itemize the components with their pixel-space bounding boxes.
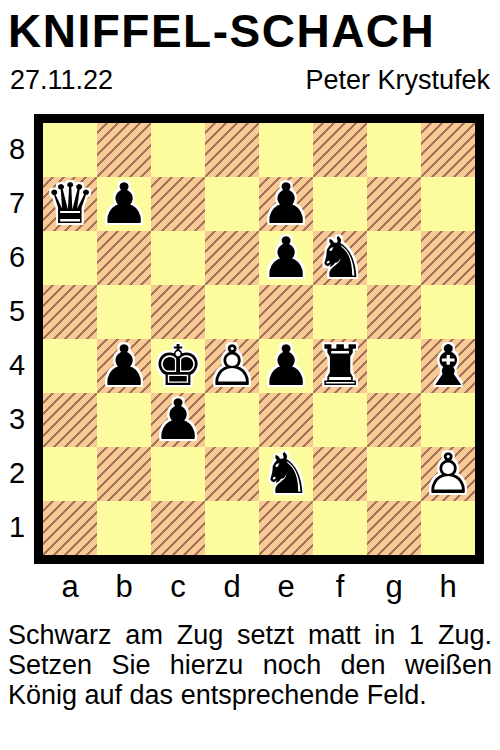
square-c4[interactable]: ♚ [151, 339, 205, 393]
square-b5[interactable] [97, 285, 151, 339]
square-d4[interactable]: ♟♙ [205, 339, 259, 393]
square-b4[interactable]: ♟ [97, 339, 151, 393]
square-b1[interactable] [97, 501, 151, 555]
square-a3[interactable] [43, 393, 97, 447]
square-c6[interactable] [151, 231, 205, 285]
square-a6[interactable] [43, 231, 97, 285]
square-d2[interactable] [205, 447, 259, 501]
square-e7[interactable]: ♟ [259, 177, 313, 231]
page-title: KNIFFEL-SCHACH [0, 0, 500, 57]
square-e6[interactable]: ♟ [259, 231, 313, 285]
rank-label-8: 8 [0, 123, 34, 177]
white-pawn-piece[interactable]: ♟♙ [423, 446, 473, 502]
square-a5[interactable] [43, 285, 97, 339]
file-label-c: c [151, 566, 205, 608]
square-f3[interactable] [313, 393, 367, 447]
square-a8[interactable] [43, 123, 97, 177]
black-knight-piece[interactable]: ♞ [315, 230, 365, 286]
rank-label-2: 2 [0, 447, 34, 501]
rank-label-3: 3 [0, 393, 34, 447]
square-f6[interactable]: ♞ [313, 231, 367, 285]
black-knight-piece[interactable]: ♞ [261, 446, 311, 502]
white-pawn-piece[interactable]: ♟♙ [207, 338, 257, 394]
square-d5[interactable] [205, 285, 259, 339]
caption-line-1: Schwarz am Zug setzt matt in 1 Zug. [8, 620, 492, 650]
square-b2[interactable] [97, 447, 151, 501]
square-g4[interactable] [367, 339, 421, 393]
square-d3[interactable] [205, 393, 259, 447]
square-d7[interactable] [205, 177, 259, 231]
square-e2[interactable]: ♞ [259, 447, 313, 501]
subtitle-row: 27.11.22 Peter Krystufek [0, 57, 500, 96]
rank-labels: 87654321 [0, 114, 34, 564]
chess-board: ♛♟♟♟♞♟♚♟♙♟♜♝♟♞♟♙ [34, 114, 484, 564]
board-section: 87654321 ♛♟♟♟♞♟♚♟♙♟♜♝♟♞♟♙ [0, 114, 500, 564]
black-pawn-piece[interactable]: ♟ [153, 392, 203, 448]
author-label: Peter Krystufek [305, 65, 490, 96]
square-f2[interactable] [313, 447, 367, 501]
file-label-g: g [367, 566, 421, 608]
caption-line-3: König auf das entsprechende Feld. [8, 680, 492, 710]
file-label-d: d [205, 566, 259, 608]
square-a4[interactable] [43, 339, 97, 393]
square-a7[interactable]: ♛ [43, 177, 97, 231]
square-h5[interactable] [421, 285, 475, 339]
square-h8[interactable] [421, 123, 475, 177]
square-h7[interactable] [421, 177, 475, 231]
square-b7[interactable]: ♟ [97, 177, 151, 231]
square-e4[interactable]: ♟ [259, 339, 313, 393]
file-labels: abcdefgh [43, 566, 500, 608]
square-d8[interactable] [205, 123, 259, 177]
square-c7[interactable] [151, 177, 205, 231]
square-f8[interactable] [313, 123, 367, 177]
square-g8[interactable] [367, 123, 421, 177]
rank-label-6: 6 [0, 231, 34, 285]
square-g5[interactable] [367, 285, 421, 339]
rank-label-1: 1 [0, 501, 34, 555]
rank-label-7: 7 [0, 177, 34, 231]
black-pawn-piece[interactable]: ♟ [261, 338, 311, 394]
rank-label-5: 5 [0, 285, 34, 339]
square-e3[interactable] [259, 393, 313, 447]
square-h3[interactable] [421, 393, 475, 447]
square-a1[interactable] [43, 501, 97, 555]
black-pawn-piece[interactable]: ♟ [99, 338, 149, 394]
black-king-piece[interactable]: ♚ [153, 338, 203, 394]
square-h1[interactable] [421, 501, 475, 555]
square-f4[interactable]: ♜ [313, 339, 367, 393]
square-h6[interactable] [421, 231, 475, 285]
square-c1[interactable] [151, 501, 205, 555]
black-pawn-piece[interactable]: ♟ [261, 176, 311, 232]
caption-line-2: Setzen Sie hierzu noch den weißen [8, 650, 492, 680]
square-b6[interactable] [97, 231, 151, 285]
black-rook-piece[interactable]: ♜ [315, 338, 365, 394]
black-pawn-piece[interactable]: ♟ [99, 176, 149, 232]
square-e8[interactable] [259, 123, 313, 177]
square-h4[interactable]: ♝ [421, 339, 475, 393]
square-b3[interactable] [97, 393, 151, 447]
black-queen-piece[interactable]: ♛ [45, 176, 95, 232]
square-d6[interactable] [205, 231, 259, 285]
rank-label-4: 4 [0, 339, 34, 393]
file-label-a: a [43, 566, 97, 608]
black-bishop-piece[interactable]: ♝ [423, 338, 473, 394]
square-g2[interactable] [367, 447, 421, 501]
file-label-b: b [97, 566, 151, 608]
square-a2[interactable] [43, 447, 97, 501]
square-e1[interactable] [259, 501, 313, 555]
square-h2[interactable]: ♟♙ [421, 447, 475, 501]
square-g3[interactable] [367, 393, 421, 447]
square-c2[interactable] [151, 447, 205, 501]
square-g7[interactable] [367, 177, 421, 231]
square-c3[interactable]: ♟ [151, 393, 205, 447]
square-c8[interactable] [151, 123, 205, 177]
black-pawn-piece[interactable]: ♟ [261, 230, 311, 286]
date-label: 27.11.22 [10, 65, 113, 96]
puzzle-caption: Schwarz am Zug setzt matt in 1 Zug.Setze… [0, 608, 500, 710]
square-e5[interactable] [259, 285, 313, 339]
square-f5[interactable] [313, 285, 367, 339]
file-label-f: f [313, 566, 367, 608]
file-label-e: e [259, 566, 313, 608]
square-f7[interactable] [313, 177, 367, 231]
square-d1[interactable] [205, 501, 259, 555]
file-label-h: h [421, 566, 475, 608]
square-f1[interactable] [313, 501, 367, 555]
square-c5[interactable] [151, 285, 205, 339]
square-b8[interactable] [97, 123, 151, 177]
square-g1[interactable] [367, 501, 421, 555]
page: KNIFFEL-SCHACH 27.11.22 Peter Krystufek … [0, 0, 500, 750]
square-g6[interactable] [367, 231, 421, 285]
